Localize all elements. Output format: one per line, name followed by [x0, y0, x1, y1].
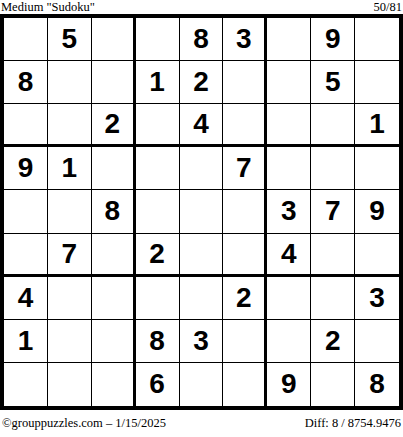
sudoku-cell-r6c2: 7	[48, 234, 92, 277]
sudoku-cell-r2c6[interactable]	[223, 61, 267, 104]
difficulty-text: Diff: 8 / 8754.9476	[305, 416, 401, 431]
sudoku-cell-r7c8[interactable]	[311, 277, 355, 320]
sudoku-cell-r2c8: 5	[311, 61, 355, 104]
sudoku-cell-r4c8[interactable]	[311, 147, 355, 190]
cell-digit: 3	[369, 284, 385, 312]
sudoku-cell-r9c8[interactable]	[311, 363, 355, 406]
sudoku-cell-r9c9: 8	[355, 363, 399, 406]
cell-digit: 2	[149, 240, 165, 268]
sudoku-cell-r9c3[interactable]	[92, 363, 136, 406]
sudoku-cell-r4c1: 9	[4, 147, 48, 190]
sudoku-cell-r4c9[interactable]	[355, 147, 399, 190]
cell-digit: 1	[18, 327, 34, 355]
puzzle-title: Medium "Sudoku"	[1, 1, 95, 14]
cell-digit: 1	[369, 110, 385, 138]
sudoku-cell-r1c5: 8	[180, 18, 224, 61]
sudoku-cell-r1c8: 9	[311, 18, 355, 61]
sudoku-cell-r8c1: 1	[4, 320, 48, 363]
cell-digit: 8	[104, 197, 120, 225]
sudoku-cell-r3c8[interactable]	[311, 104, 355, 147]
sudoku-cell-r6c5[interactable]	[180, 234, 224, 277]
sudoku-cell-r1c7[interactable]	[267, 18, 311, 61]
sudoku-cell-r9c5[interactable]	[180, 363, 224, 406]
sudoku-cell-r5c9: 9	[355, 190, 399, 233]
sudoku-cell-r3c2[interactable]	[48, 104, 92, 147]
cell-digit: 7	[236, 154, 252, 182]
sudoku-cell-r4c3[interactable]	[92, 147, 136, 190]
sudoku-cell-r7c4[interactable]	[136, 277, 180, 320]
sudoku-cell-r2c1: 8	[4, 61, 48, 104]
sudoku-cell-r5c7: 3	[267, 190, 311, 233]
sudoku-cell-r2c4: 1	[136, 61, 180, 104]
cell-digit: 3	[281, 197, 297, 225]
sudoku-cell-r8c9[interactable]	[355, 320, 399, 363]
sudoku-cell-r4c4[interactable]	[136, 147, 180, 190]
sudoku-cell-r3c4[interactable]	[136, 104, 180, 147]
cell-digit: 6	[149, 370, 165, 398]
cell-digit: 5	[325, 68, 341, 96]
cell-digit: 7	[62, 240, 78, 268]
sudoku-cell-r5c3: 8	[92, 190, 136, 233]
sudoku-cell-r7c7[interactable]	[267, 277, 311, 320]
sudoku-cell-r3c7[interactable]	[267, 104, 311, 147]
sudoku-cell-r2c2[interactable]	[48, 61, 92, 104]
sudoku-cell-r1c6: 3	[223, 18, 267, 61]
sudoku-cell-r7c3[interactable]	[92, 277, 136, 320]
sudoku-page: Medium "Sudoku" 50/81 583981252419178379…	[0, 0, 403, 437]
sudoku-cell-r7c6: 2	[223, 277, 267, 320]
cell-digit: 8	[369, 370, 385, 398]
sudoku-cell-r8c7[interactable]	[267, 320, 311, 363]
sudoku-cell-r7c2[interactable]	[48, 277, 92, 320]
sudoku-cell-r1c4[interactable]	[136, 18, 180, 61]
cell-digit: 8	[18, 68, 34, 96]
sudoku-cell-r6c1[interactable]	[4, 234, 48, 277]
sudoku-cell-r4c2: 1	[48, 147, 92, 190]
sudoku-cell-r7c1: 4	[4, 277, 48, 320]
cell-digit: 8	[149, 327, 165, 355]
sudoku-cell-r8c6[interactable]	[223, 320, 267, 363]
sudoku-cell-r5c5[interactable]	[180, 190, 224, 233]
sudoku-cell-r2c3[interactable]	[92, 61, 136, 104]
cell-digit: 5	[62, 25, 78, 53]
cell-digit: 8	[193, 25, 209, 53]
sudoku-cell-r7c9: 3	[355, 277, 399, 320]
sudoku-cell-r3c1[interactable]	[4, 104, 48, 147]
cell-digit: 4	[281, 240, 297, 268]
sudoku-cell-r4c7[interactable]	[267, 147, 311, 190]
cell-digit: 3	[236, 25, 252, 53]
cell-digit: 1	[62, 154, 78, 182]
cell-digit: 9	[325, 25, 341, 53]
cell-digit: 2	[236, 284, 252, 312]
sudoku-cell-r9c1[interactable]	[4, 363, 48, 406]
sudoku-cell-r3c9: 1	[355, 104, 399, 147]
cell-digit: 9	[369, 197, 385, 225]
sudoku-cell-r1c2: 5	[48, 18, 92, 61]
sudoku-cell-r2c7[interactable]	[267, 61, 311, 104]
sudoku-cell-r6c6[interactable]	[223, 234, 267, 277]
filled-counter: 50/81	[374, 1, 402, 14]
cell-digit: 2	[325, 327, 341, 355]
sudoku-cell-r5c8: 7	[311, 190, 355, 233]
sudoku-cell-r9c6[interactable]	[223, 363, 267, 406]
cell-digit: 9	[281, 370, 297, 398]
sudoku-cell-r8c8: 2	[311, 320, 355, 363]
sudoku-cell-r3c5: 4	[180, 104, 224, 147]
sudoku-cell-r3c3: 2	[92, 104, 136, 147]
sudoku-cell-r2c9[interactable]	[355, 61, 399, 104]
sudoku-cell-r1c9[interactable]	[355, 18, 399, 61]
sudoku-cell-r6c9[interactable]	[355, 234, 399, 277]
copyright-text: ©grouppuzzles.com – 1/15/2025	[2, 416, 166, 431]
sudoku-cell-r5c1[interactable]	[4, 190, 48, 233]
sudoku-cell-r5c4[interactable]	[136, 190, 180, 233]
sudoku-cell-r9c2[interactable]	[48, 363, 92, 406]
cell-digit: 1	[149, 68, 165, 96]
sudoku-cell-r6c8[interactable]	[311, 234, 355, 277]
sudoku-cell-r8c4: 8	[136, 320, 180, 363]
cell-digit: 4	[193, 110, 209, 138]
sudoku-cell-r1c3[interactable]	[92, 18, 136, 61]
cell-digit: 7	[325, 197, 341, 225]
sudoku-cell-r8c2[interactable]	[48, 320, 92, 363]
sudoku-cell-r6c7: 4	[267, 234, 311, 277]
cell-digit: 3	[193, 327, 209, 355]
sudoku-cell-r7c5[interactable]	[180, 277, 224, 320]
sudoku-cell-r6c3[interactable]	[92, 234, 136, 277]
sudoku-cell-r8c5: 3	[180, 320, 224, 363]
sudoku-board: 5839812524191783797244231832698	[0, 14, 403, 410]
footer: ©grouppuzzles.com – 1/15/2025 Diff: 8 / …	[0, 410, 403, 437]
cell-digit: 2	[104, 110, 120, 138]
cell-digit: 9	[18, 154, 34, 182]
sudoku-cell-r4c5[interactable]	[180, 147, 224, 190]
cell-digit: 4	[18, 284, 34, 312]
sudoku-cell-r1c1[interactable]	[4, 18, 48, 61]
sudoku-cell-r8c3[interactable]	[92, 320, 136, 363]
sudoku-cell-r5c2[interactable]	[48, 190, 92, 233]
sudoku-cell-r5c6[interactable]	[223, 190, 267, 233]
header: Medium "Sudoku" 50/81	[0, 0, 403, 14]
sudoku-cell-r9c4: 6	[136, 363, 180, 406]
sudoku-cell-r4c6: 7	[223, 147, 267, 190]
sudoku-cell-r3c6[interactable]	[223, 104, 267, 147]
cell-digit: 2	[193, 68, 209, 96]
sudoku-cell-r9c7: 9	[267, 363, 311, 406]
sudoku-cell-r2c5: 2	[180, 61, 224, 104]
sudoku-cell-r6c4: 2	[136, 234, 180, 277]
